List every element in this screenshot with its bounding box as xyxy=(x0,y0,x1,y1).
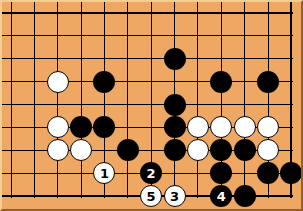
board-cell xyxy=(139,139,162,162)
board-cell xyxy=(116,24,139,47)
black-stone xyxy=(210,162,232,184)
white-stone xyxy=(210,116,232,138)
board-cell xyxy=(69,185,92,208)
board-cell xyxy=(233,24,256,47)
board-cell xyxy=(93,185,116,208)
board-cell xyxy=(280,93,303,116)
white-stone xyxy=(187,139,209,161)
board-cell xyxy=(93,70,116,93)
board-cell xyxy=(163,139,186,162)
black-stone xyxy=(280,162,302,184)
black-stone xyxy=(234,139,256,161)
black-stone xyxy=(93,71,115,93)
board-cell xyxy=(163,93,186,116)
white-stone xyxy=(257,116,279,138)
board-cell xyxy=(280,162,303,185)
board-cell xyxy=(0,139,23,162)
black-stone xyxy=(164,139,186,161)
board-cell xyxy=(233,47,256,70)
board-cell xyxy=(93,47,116,70)
board-cell xyxy=(116,70,139,93)
black-stone xyxy=(70,116,92,138)
white-stone xyxy=(187,116,209,138)
board-cell xyxy=(280,70,303,93)
board-cell xyxy=(46,70,69,93)
board-cell xyxy=(46,162,69,185)
board-cell xyxy=(23,116,46,139)
board-cell xyxy=(210,116,233,139)
board-cell xyxy=(69,24,92,47)
white-stone-move-3: 3 xyxy=(164,185,186,207)
black-stone xyxy=(164,94,186,116)
board-cell xyxy=(69,162,92,185)
black-stone-move-2: 2 xyxy=(140,162,162,184)
board-cell xyxy=(256,93,279,116)
board-cell xyxy=(233,139,256,162)
white-stone xyxy=(47,139,69,161)
board-cell xyxy=(46,185,69,208)
board-cell xyxy=(186,47,209,70)
board-cell xyxy=(0,70,23,93)
board-cell xyxy=(93,93,116,116)
board-cell xyxy=(116,93,139,116)
board-cell xyxy=(116,185,139,208)
board-cell xyxy=(280,2,303,25)
board-cell xyxy=(256,162,279,185)
board-cell xyxy=(46,47,69,70)
board-cell xyxy=(0,24,23,47)
board-cell xyxy=(186,24,209,47)
board-cell xyxy=(186,116,209,139)
board-cell xyxy=(163,116,186,139)
black-stone xyxy=(117,139,139,161)
board-cell xyxy=(69,2,92,25)
board-cell xyxy=(139,116,162,139)
black-stone xyxy=(210,139,232,161)
board-cell xyxy=(163,47,186,70)
board-cell xyxy=(256,116,279,139)
board-cell xyxy=(163,70,186,93)
board-cell xyxy=(256,2,279,25)
board-cell xyxy=(210,47,233,70)
board-cell xyxy=(256,70,279,93)
board-cell xyxy=(210,93,233,116)
board-cell xyxy=(23,24,46,47)
board-cell xyxy=(280,139,303,162)
black-stone xyxy=(234,185,256,207)
board-cell xyxy=(46,2,69,25)
board-cell xyxy=(256,139,279,162)
board-cell xyxy=(23,139,46,162)
black-stone xyxy=(210,71,232,93)
board-cell xyxy=(163,162,186,185)
white-stone xyxy=(70,139,92,161)
board-cell xyxy=(163,2,186,25)
board-cell xyxy=(116,116,139,139)
board-cell xyxy=(139,70,162,93)
black-stone xyxy=(257,162,279,184)
board-cell: 3 xyxy=(163,185,186,208)
board-cell xyxy=(0,93,23,116)
board-cell xyxy=(69,116,92,139)
board-cell xyxy=(233,116,256,139)
board-cell xyxy=(186,162,209,185)
board-cell xyxy=(116,2,139,25)
board-cell xyxy=(210,70,233,93)
board-cell xyxy=(139,47,162,70)
board-cell xyxy=(256,185,279,208)
board-cell xyxy=(280,47,303,70)
board-cell: 2 xyxy=(139,162,162,185)
board-cell xyxy=(210,2,233,25)
board-cell xyxy=(139,93,162,116)
board-cell xyxy=(0,185,23,208)
board-cell xyxy=(23,93,46,116)
board-cell: 5 xyxy=(139,185,162,208)
board-cell xyxy=(46,24,69,47)
board-cell xyxy=(0,2,23,25)
board-cell xyxy=(93,116,116,139)
board-cell xyxy=(163,24,186,47)
board-cell xyxy=(210,162,233,185)
board-cell xyxy=(186,2,209,25)
white-stone-move-1: 1 xyxy=(93,162,115,184)
board-cell xyxy=(69,70,92,93)
white-stone xyxy=(257,139,279,161)
board-cell xyxy=(0,116,23,139)
board-cell: 4 xyxy=(210,185,233,208)
black-stone xyxy=(257,71,279,93)
board-cell xyxy=(23,2,46,25)
go-diagram: 12534 xyxy=(0,0,303,211)
board-cell xyxy=(93,2,116,25)
board-cell xyxy=(46,116,69,139)
board-cell xyxy=(93,24,116,47)
board-cell xyxy=(139,2,162,25)
board-cell xyxy=(233,93,256,116)
board-cell xyxy=(186,93,209,116)
board-cell xyxy=(93,139,116,162)
board-grid: 12534 xyxy=(0,2,303,208)
board-cell xyxy=(186,185,209,208)
white-stone xyxy=(47,116,69,138)
board-cell xyxy=(186,70,209,93)
board-cell xyxy=(186,139,209,162)
black-stone-move-4: 4 xyxy=(210,185,232,207)
board-cell xyxy=(139,24,162,47)
white-stone xyxy=(234,116,256,138)
board-cell xyxy=(116,47,139,70)
board-cell xyxy=(116,139,139,162)
board-cell xyxy=(210,24,233,47)
board-cell xyxy=(233,162,256,185)
board-cell xyxy=(280,116,303,139)
board-cell xyxy=(46,93,69,116)
board-cell xyxy=(280,185,303,208)
board-cell: 1 xyxy=(93,162,116,185)
board-cell xyxy=(46,139,69,162)
board-cell xyxy=(69,139,92,162)
board-cell xyxy=(23,162,46,185)
board-cell xyxy=(0,162,23,185)
board-cell xyxy=(256,24,279,47)
board-cell xyxy=(280,24,303,47)
board-cell xyxy=(23,70,46,93)
board-cell xyxy=(0,47,23,70)
black-stone xyxy=(93,116,115,138)
board-cell xyxy=(23,47,46,70)
board-cell xyxy=(69,93,92,116)
board-cell xyxy=(256,47,279,70)
board-cell xyxy=(116,162,139,185)
board-cell xyxy=(233,185,256,208)
black-stone xyxy=(164,48,186,70)
white-stone-move-5: 5 xyxy=(140,185,162,207)
board-cell xyxy=(233,70,256,93)
black-stone xyxy=(164,116,186,138)
board-cell xyxy=(69,47,92,70)
white-stone xyxy=(47,71,69,93)
board-cell xyxy=(233,2,256,25)
board-cell xyxy=(210,139,233,162)
board-cell xyxy=(23,185,46,208)
